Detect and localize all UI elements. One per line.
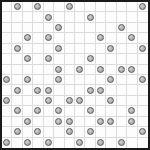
board-cell-r1c10[interactable]: [106, 12, 116, 22]
board-cell-r5c10[interactable]: [106, 54, 116, 64]
board-cell-r7c12[interactable]: [127, 75, 137, 85]
board-cell-r6c2[interactable]: [23, 65, 33, 75]
board-cell-r10c0[interactable]: [2, 106, 12, 116]
board-cell-r3c3[interactable]: [33, 33, 43, 43]
board-cell-r2c5[interactable]: [54, 23, 64, 33]
board-cell-r9c3[interactable]: [33, 96, 43, 106]
board-cell-r7c11[interactable]: [117, 75, 127, 85]
board-cell-r8c1[interactable]: [12, 85, 22, 95]
gray-stone: [55, 118, 62, 125]
gray-stone: [97, 118, 104, 125]
gray-stone: [34, 87, 41, 94]
board-cell-r9c7[interactable]: [75, 96, 85, 106]
board-cell-r5c11[interactable]: [117, 54, 127, 64]
board-cell-r12c5[interactable]: [54, 127, 64, 137]
gray-stone: [24, 139, 31, 146]
board-cell-r5c8[interactable]: [85, 54, 95, 64]
board-cell-r5c9[interactable]: [96, 54, 106, 64]
board-cell-r6c7[interactable]: [75, 65, 85, 75]
board-cell-r3c2[interactable]: [23, 33, 33, 43]
board-cell-r13c4[interactable]: [44, 138, 54, 148]
board-cell-r2c0[interactable]: [2, 23, 12, 33]
board-cell-r1c9[interactable]: [96, 12, 106, 22]
board-cell-r9c1[interactable]: [12, 96, 22, 106]
gray-stone: [45, 97, 52, 104]
board-cell-r10c4[interactable]: [44, 106, 54, 116]
board-cell-r11c4[interactable]: [44, 117, 54, 127]
board-cell-r11c12[interactable]: [127, 117, 137, 127]
board-cell-r3c1[interactable]: [12, 33, 22, 43]
gray-stone: [45, 34, 52, 41]
board-cell-r6c0[interactable]: [2, 65, 12, 75]
board-cell-r4c6[interactable]: [65, 44, 75, 54]
gray-stone: [3, 139, 10, 146]
board-cell-r8c8[interactable]: [85, 85, 95, 95]
gray-stone: [14, 3, 21, 10]
board-cell-r9c9[interactable]: [96, 96, 106, 106]
gray-stone: [118, 66, 125, 73]
board-cell-r12c2[interactable]: [23, 127, 33, 137]
board-cell-r10c11[interactable]: [117, 106, 127, 116]
board-cell-r5c1[interactable]: [12, 54, 22, 64]
board-cell-r0c12[interactable]: [127, 2, 137, 12]
board-cell-r2c7[interactable]: [75, 23, 85, 33]
board-cell-r9c4[interactable]: [44, 96, 54, 106]
board-cell-r12c12[interactable]: [127, 127, 137, 137]
board-cell-r0c1[interactable]: [12, 2, 22, 12]
gray-stone: [45, 87, 52, 94]
board-stage: [0, 0, 150, 150]
board-cell-r1c7[interactable]: [75, 12, 85, 22]
gray-stone: [55, 24, 62, 31]
gray-stone: [97, 34, 104, 41]
board-cell-r4c8[interactable]: [85, 44, 95, 54]
board-cell-r11c5[interactable]: [54, 117, 64, 127]
board-cell-r8c9[interactable]: [96, 85, 106, 95]
board-cell-r12c7[interactable]: [75, 127, 85, 137]
gray-stone: [66, 118, 73, 125]
board-cell-r13c2[interactable]: [23, 138, 33, 148]
gray-stone: [139, 3, 146, 10]
board-cell-r3c13[interactable]: [138, 33, 148, 43]
board-cell-r3c11[interactable]: [117, 33, 127, 43]
board-cell-r0c2[interactable]: [23, 2, 33, 12]
board-cell-r11c11[interactable]: [117, 117, 127, 127]
gray-stone: [45, 139, 52, 146]
board-cell-r6c1[interactable]: [12, 65, 22, 75]
board-cell-r13c13[interactable]: [138, 138, 148, 148]
board-cell-r1c1[interactable]: [12, 12, 22, 22]
board-cell-r12c8[interactable]: [85, 127, 95, 137]
gray-stone: [107, 97, 114, 104]
board-cell-r1c8[interactable]: [85, 12, 95, 22]
board-cell-r1c6[interactable]: [65, 12, 75, 22]
board-cell-r8c5[interactable]: [54, 85, 64, 95]
gray-stone: [87, 87, 94, 94]
board-cell-r13c8[interactable]: [85, 138, 95, 148]
board-cell-r7c2[interactable]: [23, 75, 33, 85]
gray-stone: [24, 55, 31, 62]
board-cell-r8c7[interactable]: [75, 85, 85, 95]
board-cell-r2c4[interactable]: [44, 23, 54, 33]
board-cell-r10c8[interactable]: [85, 106, 95, 116]
board-cell-r3c10[interactable]: [106, 33, 116, 43]
gray-stone: [55, 45, 62, 52]
board-cell-r2c11[interactable]: [117, 23, 127, 33]
gray-stone: [118, 139, 125, 146]
board-cell-r11c1[interactable]: [12, 117, 22, 127]
gray-stone: [45, 55, 52, 62]
board-cell-r10c10[interactable]: [106, 106, 116, 116]
gray-stone: [107, 76, 114, 83]
board-cell-r13c3[interactable]: [33, 138, 43, 148]
board-cell-r7c0[interactable]: [2, 75, 12, 85]
board-cell-r8c3[interactable]: [33, 85, 43, 95]
board-cell-r6c13[interactable]: [138, 65, 148, 75]
gray-stone: [128, 34, 135, 41]
board-cell-r10c9[interactable]: [96, 106, 106, 116]
board-cell-r3c9[interactable]: [96, 33, 106, 43]
board-cell-r5c4[interactable]: [44, 54, 54, 64]
board-cell-r7c10[interactable]: [106, 75, 116, 85]
board-cell-r13c10[interactable]: [106, 138, 116, 148]
board-cell-r8c6[interactable]: [65, 85, 75, 95]
board-cell-r12c9[interactable]: [96, 127, 106, 137]
board-cell-r3c6[interactable]: [65, 33, 75, 43]
board-cell-r11c10[interactable]: [106, 117, 116, 127]
gray-stone: [76, 66, 83, 73]
board-cell-r5c12[interactable]: [127, 54, 137, 64]
board-cell-r5c5[interactable]: [54, 54, 64, 64]
board-cell-r4c5[interactable]: [54, 44, 64, 54]
board-cell-r7c5[interactable]: [54, 75, 64, 85]
board-cell-r10c1[interactable]: [12, 106, 22, 116]
gray-stone: [45, 14, 52, 21]
gray-stone: [118, 24, 125, 31]
gray-stone: [34, 3, 41, 10]
board-cell-r0c11[interactable]: [117, 2, 127, 12]
board-cell-r10c3[interactable]: [33, 106, 43, 116]
board-cell-r9c13[interactable]: [138, 96, 148, 106]
board-cell-r6c6[interactable]: [65, 65, 75, 75]
board-cell-r11c0[interactable]: [2, 117, 12, 127]
board-cell-r10c6[interactable]: [65, 106, 75, 116]
board-cell-r5c13[interactable]: [138, 54, 148, 64]
gray-stone: [107, 45, 114, 52]
gray-stone: [34, 128, 41, 135]
board-cell-r0c0[interactable]: [2, 2, 12, 12]
board-cell-r1c2[interactable]: [23, 12, 33, 22]
board-cell-r4c3[interactable]: [33, 44, 43, 54]
board-cell-r2c12[interactable]: [127, 23, 137, 33]
board-cell-r13c0[interactable]: [2, 138, 12, 148]
board-cell-r11c8[interactable]: [85, 117, 95, 127]
board-cell-r9c0[interactable]: [2, 96, 12, 106]
board-cell-r7c3[interactable]: [33, 75, 43, 85]
game-board: [2, 2, 148, 148]
board-cell-r3c4[interactable]: [44, 33, 54, 43]
board-cell-r9c10[interactable]: [106, 96, 116, 106]
board-cell-r8c2[interactable]: [23, 85, 33, 95]
board-cell-r6c4[interactable]: [44, 65, 54, 75]
board-cell-r10c2[interactable]: [23, 106, 33, 116]
gray-stone: [87, 107, 94, 114]
gray-stone: [24, 34, 31, 41]
board-cell-r5c6[interactable]: [65, 54, 75, 64]
gray-stone: [97, 87, 104, 94]
board-cell-r5c0[interactable]: [2, 54, 12, 64]
board-cell-r0c6[interactable]: [65, 2, 75, 12]
board-cell-r4c10[interactable]: [106, 44, 116, 54]
board-cell-r3c5[interactable]: [54, 33, 64, 43]
board-cell-r10c7[interactable]: [75, 106, 85, 116]
board-cell-r1c11[interactable]: [117, 12, 127, 22]
gray-stone: [76, 139, 83, 146]
gray-stone: [87, 128, 94, 135]
board-cell-r8c4[interactable]: [44, 85, 54, 95]
board-cell-r9c11[interactable]: [117, 96, 127, 106]
board-cell-r4c1[interactable]: [12, 44, 22, 54]
board-cell-r3c8[interactable]: [85, 33, 95, 43]
board-cell-r2c3[interactable]: [33, 23, 43, 33]
board-cell-r3c7[interactable]: [75, 33, 85, 43]
board-cell-r1c4[interactable]: [44, 12, 54, 22]
board-cell-r7c4[interactable]: [44, 75, 54, 85]
board-cell-r11c7[interactable]: [75, 117, 85, 127]
board-cell-r11c3[interactable]: [33, 117, 43, 127]
board-cell-r9c5[interactable]: [54, 96, 64, 106]
board-cell-r2c1[interactable]: [12, 23, 22, 33]
board-cell-r1c0[interactable]: [2, 12, 12, 22]
gray-stone: [66, 3, 73, 10]
board-cell-r1c5[interactable]: [54, 12, 64, 22]
gray-stone: [14, 45, 21, 52]
board-cell-r8c11[interactable]: [117, 85, 127, 95]
gray-stone: [34, 107, 41, 114]
board-cell-r12c0[interactable]: [2, 127, 12, 137]
board-cell-r1c12[interactable]: [127, 12, 137, 22]
board-cell-r0c3[interactable]: [33, 2, 43, 12]
board-cell-r13c12[interactable]: [127, 138, 137, 148]
board-cell-r2c10[interactable]: [106, 23, 116, 33]
board-cell-r0c10[interactable]: [106, 2, 116, 12]
board-cell-r3c12[interactable]: [127, 33, 137, 43]
board-cell-r9c8[interactable]: [85, 96, 95, 106]
board-cell-r7c6[interactable]: [65, 75, 75, 85]
board-cell-r4c12[interactable]: [127, 44, 137, 54]
board-cell-r0c9[interactable]: [96, 2, 106, 12]
gray-stone: [66, 128, 73, 135]
board-cell-r4c7[interactable]: [75, 44, 85, 54]
board-cell-r7c8[interactable]: [85, 75, 95, 85]
gray-stone: [76, 97, 83, 104]
board-cell-r6c8[interactable]: [85, 65, 95, 75]
gray-stone: [139, 45, 146, 52]
board-cell-r9c6[interactable]: [65, 96, 75, 106]
board-cell-r2c2[interactable]: [23, 23, 33, 33]
board-cell-r9c12[interactable]: [127, 96, 137, 106]
gray-stone: [66, 97, 73, 104]
gray-stone: [14, 107, 21, 114]
gray-stone: [55, 107, 62, 114]
board-cell-r13c1[interactable]: [12, 138, 22, 148]
board-cell-r5c7[interactable]: [75, 54, 85, 64]
board-cell-r12c6[interactable]: [65, 127, 75, 137]
board-cell-r12c10[interactable]: [106, 127, 116, 137]
board-cell-r13c6[interactable]: [65, 138, 75, 148]
board-cell-r10c5[interactable]: [54, 106, 64, 116]
board-frame: [0, 0, 150, 150]
gray-stone: [139, 76, 146, 83]
board-cell-r5c2[interactable]: [23, 54, 33, 64]
board-cell-r12c1[interactable]: [12, 127, 22, 137]
board-cell-r9c2[interactable]: [23, 96, 33, 106]
board-cell-r8c13[interactable]: [138, 85, 148, 95]
board-cell-r2c13[interactable]: [138, 23, 148, 33]
board-cell-r3c0[interactable]: [2, 33, 12, 43]
board-cell-r0c8[interactable]: [85, 2, 95, 12]
board-cell-r11c13[interactable]: [138, 117, 148, 127]
board-cell-r6c9[interactable]: [96, 65, 106, 75]
gray-stone: [3, 97, 10, 104]
gray-stone: [128, 66, 135, 73]
board-cell-r5c3[interactable]: [33, 54, 43, 64]
gray-stone: [97, 139, 104, 146]
board-cell-r8c0[interactable]: [2, 85, 12, 95]
board-cell-r0c13[interactable]: [138, 2, 148, 12]
board-cell-r2c9[interactable]: [96, 23, 106, 33]
board-cell-r13c11[interactable]: [117, 138, 127, 148]
board-cell-r4c0[interactable]: [2, 44, 12, 54]
board-cell-r11c6[interactable]: [65, 117, 75, 127]
board-cell-r11c9[interactable]: [96, 117, 106, 127]
board-cell-r6c10[interactable]: [106, 65, 116, 75]
board-cell-r12c4[interactable]: [44, 127, 54, 137]
board-cell-r12c13[interactable]: [138, 127, 148, 137]
board-cell-r7c7[interactable]: [75, 75, 85, 85]
board-cell-r7c1[interactable]: [12, 75, 22, 85]
board-cell-r7c13[interactable]: [138, 75, 148, 85]
gray-stone: [24, 76, 31, 83]
gray-stone: [107, 118, 114, 125]
board-cell-r6c12[interactable]: [127, 65, 137, 75]
gray-stone: [55, 66, 62, 73]
board-cell-r0c5[interactable]: [54, 2, 64, 12]
gray-stone: [24, 118, 31, 125]
gray-stone: [128, 107, 135, 114]
board-cell-r4c2[interactable]: [23, 44, 33, 54]
board-cell-r6c5[interactable]: [54, 65, 64, 75]
board-cell-r4c13[interactable]: [138, 44, 148, 54]
board-cell-r12c11[interactable]: [117, 127, 127, 137]
board-cell-r0c4[interactable]: [44, 2, 54, 12]
board-cell-r0c7[interactable]: [75, 2, 85, 12]
board-cell-r8c12[interactable]: [127, 85, 137, 95]
gray-stone: [3, 76, 10, 83]
board-cell-r2c8[interactable]: [85, 23, 95, 33]
board-cell-r4c9[interactable]: [96, 44, 106, 54]
board-cell-r10c12[interactable]: [127, 106, 137, 116]
board-cell-r11c2[interactable]: [23, 117, 33, 127]
board-cell-r10c13[interactable]: [138, 106, 148, 116]
board-cell-r8c10[interactable]: [106, 85, 116, 95]
board-cell-r13c5[interactable]: [54, 138, 64, 148]
gray-stone: [14, 87, 21, 94]
gray-stone: [139, 128, 146, 135]
board-cell-r1c13[interactable]: [138, 12, 148, 22]
gray-stone: [55, 76, 62, 83]
board-cell-r6c3[interactable]: [33, 65, 43, 75]
board-cell-r4c11[interactable]: [117, 44, 127, 54]
gray-stone: [97, 66, 104, 73]
board-cell-r4c4[interactable]: [44, 44, 54, 54]
board-cell-r2c6[interactable]: [65, 23, 75, 33]
board-cell-r12c3[interactable]: [33, 127, 43, 137]
board-cell-r13c7[interactable]: [75, 138, 85, 148]
gray-stone: [87, 14, 94, 21]
board-cell-r7c9[interactable]: [96, 75, 106, 85]
gray-stone: [14, 128, 21, 135]
gray-stone: [128, 118, 135, 125]
board-cell-r6c11[interactable]: [117, 65, 127, 75]
board-cell-r13c9[interactable]: [96, 138, 106, 148]
board-cell-r1c3[interactable]: [33, 12, 43, 22]
gray-stone: [87, 55, 94, 62]
